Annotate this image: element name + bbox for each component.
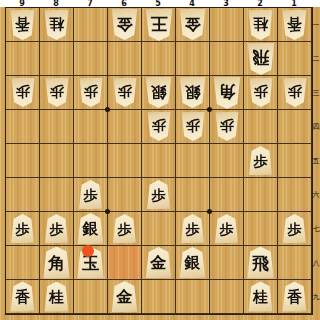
piece-kanji: 桂 xyxy=(49,14,64,33)
piece-kanji: 桂 xyxy=(253,288,268,307)
square-5b[interactable] xyxy=(142,42,176,76)
shogi-app: 987654321 香桂金王金桂香飛歩歩歩歩銀銀角歩歩歩歩歩歩歩歩歩歩銀歩歩歩歩… xyxy=(0,0,320,320)
piece-kanji: 香 xyxy=(287,14,302,33)
square-2i[interactable]: 桂 xyxy=(244,280,278,314)
square-5h[interactable]: 金 xyxy=(142,246,176,280)
square-8e[interactable] xyxy=(40,144,74,178)
square-8h[interactable]: 角 xyxy=(40,246,74,280)
square-7d[interactable] xyxy=(74,110,108,144)
square-2d[interactable] xyxy=(244,110,278,144)
square-1d[interactable] xyxy=(278,110,312,144)
square-3a[interactable] xyxy=(210,8,244,42)
file-label-9: 9 xyxy=(5,0,39,7)
piece-gote-pawn[interactable]: 歩 xyxy=(214,112,240,141)
rank-label-9: 九 xyxy=(312,292,320,302)
piece-kanji: 歩 xyxy=(288,83,302,101)
piece-sente-pawn[interactable]: 歩 xyxy=(44,214,70,243)
piece-kanji: 歩 xyxy=(220,117,234,135)
rank-label-7: 七 xyxy=(312,224,320,234)
square-9g[interactable]: 歩 xyxy=(6,212,40,246)
piece-gote-silver[interactable]: 銀 xyxy=(144,77,173,108)
square-4g[interactable]: 歩 xyxy=(176,212,210,246)
piece-sente-pawn[interactable]: 歩 xyxy=(10,214,36,243)
rank-label-8: 八 xyxy=(312,258,320,268)
square-3h[interactable] xyxy=(210,246,244,280)
piece-kanji: 金 xyxy=(185,13,201,34)
piece-kanji: 桂 xyxy=(253,14,268,33)
square-7g[interactable]: 銀 xyxy=(74,212,108,246)
piece-kanji: 歩 xyxy=(254,83,268,101)
piece-sente-pawn[interactable]: 歩 xyxy=(180,214,206,243)
square-9e[interactable] xyxy=(6,144,40,178)
last-move-dot xyxy=(82,245,94,257)
square-6b[interactable] xyxy=(108,42,142,76)
square-6c[interactable]: 歩 xyxy=(108,76,142,110)
piece-kanji: 歩 xyxy=(186,117,200,135)
piece-kanji: 歩 xyxy=(118,221,132,239)
square-4c[interactable]: 銀 xyxy=(176,76,210,110)
piece-kanji: 歩 xyxy=(288,221,302,239)
square-3b[interactable] xyxy=(210,42,244,76)
square-1f[interactable] xyxy=(278,178,312,212)
square-6f[interactable] xyxy=(108,178,142,212)
star-point xyxy=(105,107,110,112)
file-label-2: 2 xyxy=(243,0,277,7)
square-7c[interactable]: 歩 xyxy=(74,76,108,110)
square-3e[interactable] xyxy=(210,144,244,178)
square-1c[interactable]: 歩 xyxy=(278,76,312,110)
shogi-board: 香桂金王金桂香飛歩歩歩歩銀銀角歩歩歩歩歩歩歩歩歩歩銀歩歩歩歩角玉金銀飛香桂金桂香 xyxy=(5,7,313,315)
piece-gote-lance[interactable]: 香 xyxy=(281,10,308,40)
square-2c[interactable]: 歩 xyxy=(244,76,278,110)
square-6h[interactable] xyxy=(108,246,142,280)
piece-kanji: 角 xyxy=(48,252,65,275)
square-9c[interactable]: 歩 xyxy=(6,76,40,110)
square-6a[interactable]: 金 xyxy=(108,8,142,42)
rank-label-3: 三 xyxy=(312,88,320,98)
square-9a[interactable]: 香 xyxy=(6,8,40,42)
square-5a[interactable]: 王 xyxy=(142,8,176,42)
square-1a[interactable]: 香 xyxy=(278,8,312,42)
piece-gote-pawn[interactable]: 歩 xyxy=(282,78,308,107)
square-9b[interactable] xyxy=(6,42,40,76)
piece-sente-knight[interactable]: 桂 xyxy=(43,282,70,312)
piece-sente-pawn[interactable]: 歩 xyxy=(282,214,308,243)
piece-sente-silver[interactable]: 銀 xyxy=(76,213,105,244)
piece-kanji: 歩 xyxy=(84,187,98,205)
piece-sente-pawn[interactable]: 歩 xyxy=(112,214,138,243)
square-2b[interactable]: 飛 xyxy=(244,42,278,76)
piece-kanji: 銀 xyxy=(185,81,201,102)
piece-kanji: 王 xyxy=(150,12,167,35)
piece-gote-silver[interactable]: 銀 xyxy=(178,77,207,108)
piece-kanji: 歩 xyxy=(152,187,166,205)
square-8c[interactable]: 歩 xyxy=(40,76,74,110)
file-label-6: 6 xyxy=(107,0,141,7)
file-label-4: 4 xyxy=(175,0,209,7)
square-6i[interactable]: 金 xyxy=(108,280,142,314)
rank-label-6: 六 xyxy=(312,190,320,200)
square-9f[interactable] xyxy=(6,178,40,212)
piece-sente-pawn[interactable]: 歩 xyxy=(214,214,240,243)
piece-kanji: 桂 xyxy=(49,288,64,307)
square-2g[interactable] xyxy=(244,212,278,246)
piece-kanji: 角 xyxy=(218,80,235,103)
square-4e[interactable] xyxy=(176,144,210,178)
piece-kanji: 歩 xyxy=(50,83,64,101)
piece-gote-rook[interactable]: 飛 xyxy=(246,43,276,75)
piece-gote-pawn[interactable]: 歩 xyxy=(44,78,70,107)
square-4f[interactable] xyxy=(176,178,210,212)
square-8i[interactable]: 桂 xyxy=(40,280,74,314)
square-8d[interactable] xyxy=(40,110,74,144)
square-4b[interactable] xyxy=(176,42,210,76)
square-8g[interactable]: 歩 xyxy=(40,212,74,246)
file-label-5: 5 xyxy=(141,0,175,7)
square-1b[interactable] xyxy=(278,42,312,76)
piece-kanji: 飛 xyxy=(252,46,269,69)
square-6e[interactable] xyxy=(108,144,142,178)
piece-gote-pawn[interactable]: 歩 xyxy=(146,112,172,141)
piece-gote-pawn[interactable]: 歩 xyxy=(78,78,104,107)
square-3f[interactable] xyxy=(210,178,244,212)
square-4d[interactable]: 歩 xyxy=(176,110,210,144)
file-label-8: 8 xyxy=(39,0,73,7)
file-label-3: 3 xyxy=(209,0,243,7)
piece-sente-silver[interactable]: 銀 xyxy=(178,247,207,278)
square-7i[interactable] xyxy=(74,280,108,314)
piece-kanji: 歩 xyxy=(152,117,166,135)
piece-sente-rook[interactable]: 飛 xyxy=(246,247,276,279)
file-labels: 987654321 xyxy=(5,0,311,7)
square-5c[interactable]: 銀 xyxy=(142,76,176,110)
piece-gote-knight[interactable]: 桂 xyxy=(247,10,274,40)
square-2e[interactable]: 歩 xyxy=(244,144,278,178)
piece-gote-pawn[interactable]: 歩 xyxy=(248,78,274,107)
piece-kanji: 香 xyxy=(287,288,302,307)
file-label-7: 7 xyxy=(73,0,107,7)
piece-kanji: 歩 xyxy=(118,83,132,101)
piece-kanji: 歩 xyxy=(84,83,98,101)
piece-kanji: 香 xyxy=(15,14,30,33)
piece-kanji: 金 xyxy=(117,13,133,34)
square-5f[interactable]: 歩 xyxy=(142,178,176,212)
square-4h[interactable]: 銀 xyxy=(176,246,210,280)
piece-gote-knight[interactable]: 桂 xyxy=(43,10,70,40)
piece-kanji: 金 xyxy=(117,287,133,308)
square-7e[interactable] xyxy=(74,144,108,178)
square-7a[interactable] xyxy=(74,8,108,42)
piece-gote-bishop[interactable]: 角 xyxy=(212,77,242,109)
square-3d[interactable]: 歩 xyxy=(210,110,244,144)
star-point xyxy=(105,209,110,214)
square-3i[interactable] xyxy=(210,280,244,314)
square-1i[interactable]: 香 xyxy=(278,280,312,314)
square-4i[interactable] xyxy=(176,280,210,314)
board-background: 香桂金王金桂香飛歩歩歩歩銀銀角歩歩歩歩歩歩歩歩歩歩銀歩歩歩歩角玉金銀飛香桂金桂香… xyxy=(0,7,320,320)
piece-gote-pawn[interactable]: 歩 xyxy=(10,78,36,107)
square-1h[interactable] xyxy=(278,246,312,280)
square-2h[interactable]: 飛 xyxy=(244,246,278,280)
square-5e[interactable] xyxy=(142,144,176,178)
rank-label-4: 四 xyxy=(312,122,320,132)
piece-kanji: 歩 xyxy=(16,83,30,101)
square-9i[interactable]: 香 xyxy=(6,280,40,314)
piece-sente-pawn[interactable]: 歩 xyxy=(146,180,172,209)
square-7f[interactable]: 歩 xyxy=(74,178,108,212)
piece-kanji: 銀 xyxy=(151,81,167,102)
piece-gote-gold[interactable]: 金 xyxy=(178,9,207,40)
rank-label-1: 一 xyxy=(312,20,320,30)
square-3c[interactable]: 角 xyxy=(210,76,244,110)
piece-sente-knight[interactable]: 桂 xyxy=(247,282,274,312)
piece-kanji: 金 xyxy=(151,253,167,274)
square-5g[interactable] xyxy=(142,212,176,246)
square-5d[interactable]: 歩 xyxy=(142,110,176,144)
piece-kanji: 歩 xyxy=(50,221,64,239)
square-8f[interactable] xyxy=(40,178,74,212)
square-6g[interactable]: 歩 xyxy=(108,212,142,246)
piece-kanji: 飛 xyxy=(252,252,269,275)
square-4a[interactable]: 金 xyxy=(176,8,210,42)
piece-sente-gold[interactable]: 金 xyxy=(110,281,139,312)
piece-kanji: 歩 xyxy=(16,221,30,239)
square-2f[interactable] xyxy=(244,178,278,212)
rank-label-5: 五 xyxy=(312,156,320,166)
piece-kanji: 銀 xyxy=(83,219,99,240)
piece-gote-pawn[interactable]: 歩 xyxy=(112,78,138,107)
square-2a[interactable]: 桂 xyxy=(244,8,278,42)
file-label-1: 1 xyxy=(277,0,311,7)
piece-kanji: 銀 xyxy=(185,253,201,274)
piece-sente-lance[interactable]: 香 xyxy=(281,282,308,312)
piece-sente-pawn[interactable]: 歩 xyxy=(248,146,274,175)
square-8b[interactable] xyxy=(40,42,74,76)
star-point xyxy=(207,209,212,214)
piece-kanji: 香 xyxy=(15,288,30,307)
square-7h[interactable]: 玉 xyxy=(74,246,108,280)
square-1e[interactable] xyxy=(278,144,312,178)
piece-sente-pawn[interactable]: 歩 xyxy=(78,180,104,209)
piece-sente-gold[interactable]: 金 xyxy=(144,247,173,278)
square-1g[interactable]: 歩 xyxy=(278,212,312,246)
square-6d[interactable] xyxy=(108,110,142,144)
piece-kanji: 歩 xyxy=(254,153,268,171)
piece-kanji: 歩 xyxy=(186,221,200,239)
square-5i[interactable] xyxy=(142,280,176,314)
piece-sente-bishop[interactable]: 角 xyxy=(42,247,72,279)
square-3g[interactable]: 歩 xyxy=(210,212,244,246)
piece-gote-gold[interactable]: 金 xyxy=(110,9,139,40)
rank-labels: 一二三四五六七八九 xyxy=(312,7,320,313)
square-7b[interactable] xyxy=(74,42,108,76)
piece-gote-pawn[interactable]: 歩 xyxy=(180,112,206,141)
piece-gote-king[interactable]: 王 xyxy=(144,9,174,41)
piece-kanji: 歩 xyxy=(220,221,234,239)
square-9h[interactable] xyxy=(6,246,40,280)
square-9d[interactable] xyxy=(6,110,40,144)
piece-gote-lance[interactable]: 香 xyxy=(9,10,36,40)
rank-label-2: 二 xyxy=(312,54,320,64)
piece-sente-lance[interactable]: 香 xyxy=(9,282,36,312)
square-8a[interactable]: 桂 xyxy=(40,8,74,42)
star-point xyxy=(207,107,212,112)
